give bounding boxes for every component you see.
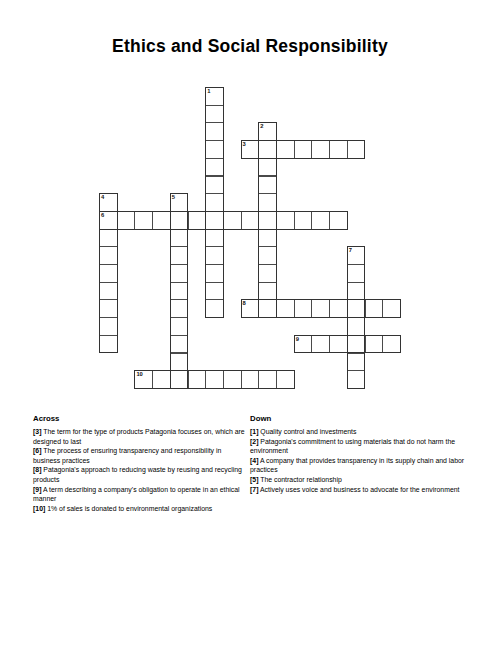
down-header: Down	[250, 414, 465, 423]
clue-number: 7	[349, 248, 352, 254]
crossword-cell	[347, 335, 366, 354]
crossword-cell	[329, 335, 348, 354]
crossword-cell	[205, 246, 224, 265]
crossword-cell	[329, 211, 348, 230]
crossword-cell	[311, 335, 330, 354]
clue-down: [2] Patagonia's commitment to using mate…	[250, 437, 465, 456]
crossword-cell	[205, 122, 224, 141]
crossword-cell	[170, 353, 189, 372]
crossword-cell	[170, 211, 189, 230]
crossword-cell	[276, 299, 295, 318]
crossword-cell	[258, 193, 277, 212]
crossword-cell	[170, 317, 189, 336]
clue-number: 8	[243, 301, 246, 307]
crossword-cell	[99, 246, 118, 265]
clue-across: [9] A term describing a company's obliga…	[33, 485, 245, 504]
crossword-cell	[294, 211, 313, 230]
clue-down: [1] Quality control and investments	[250, 427, 465, 437]
clue-number: 6	[101, 213, 104, 219]
crossword-cell	[365, 299, 384, 318]
clue-across: [3] The term for the type of products Pa…	[33, 427, 245, 446]
crossword-cell	[329, 299, 348, 318]
crossword-cell	[347, 370, 366, 389]
crossword-cell	[134, 211, 153, 230]
clue-number: 9	[296, 337, 299, 343]
crossword-cell	[170, 299, 189, 318]
crossword-cell	[258, 140, 277, 159]
crossword-cell	[347, 317, 366, 336]
crossword-cell	[294, 140, 313, 159]
crossword-cell	[170, 246, 189, 265]
crossword-cell	[99, 317, 118, 336]
clue-number-label: [9]	[33, 486, 41, 493]
crossword-cell	[329, 140, 348, 159]
crossword-cell	[152, 370, 171, 389]
crossword-board: 12345678910	[99, 87, 401, 389]
crossword-cell	[241, 211, 260, 230]
clue-number: 3	[243, 142, 246, 148]
crossword-cell	[258, 176, 277, 195]
crossword-cell	[311, 299, 330, 318]
crossword-cell	[347, 299, 366, 318]
clue-number-label: [10]	[33, 505, 45, 512]
crossword-cell	[99, 335, 118, 354]
across-header: Across	[33, 414, 245, 423]
clue-number: 5	[172, 195, 175, 201]
clue-number-label: [6]	[33, 447, 41, 454]
crossword-page: Ethics and Social Responsibility 1234567…	[0, 0, 500, 647]
crossword-cell	[170, 335, 189, 354]
crossword-cell	[205, 158, 224, 177]
down-clue-list: [1] Quality control and investments[2] P…	[250, 427, 465, 494]
clue-across: [8] Patagonia's approach to reducing was…	[33, 465, 245, 484]
crossword-cell	[205, 176, 224, 195]
clue-down: [4] A company that provides transparency…	[250, 456, 465, 475]
crossword-cell	[258, 158, 277, 177]
crossword-cell	[205, 370, 224, 389]
crossword-cell	[99, 282, 118, 301]
crossword-cell	[258, 282, 277, 301]
crossword-cell	[205, 140, 224, 159]
crossword-cell	[241, 370, 260, 389]
crossword-cell	[205, 211, 224, 230]
crossword-cell	[205, 193, 224, 212]
crossword-cell	[99, 229, 118, 248]
clue-number-label: [3]	[33, 428, 41, 435]
clue-number-label: [2]	[250, 438, 258, 445]
puzzle-title: Ethics and Social Responsibility	[0, 36, 500, 57]
clue-number-label: [8]	[33, 466, 41, 473]
crossword-cell	[382, 335, 401, 354]
crossword-cell	[170, 229, 189, 248]
crossword-cell	[170, 264, 189, 283]
crossword-cell	[347, 264, 366, 283]
crossword-cell	[276, 370, 295, 389]
crossword-cell	[294, 299, 313, 318]
clue-number: 4	[101, 195, 104, 201]
crossword-cell	[170, 370, 189, 389]
crossword-cell	[99, 299, 118, 318]
crossword-cell	[276, 140, 295, 159]
crossword-cell	[258, 264, 277, 283]
crossword-cell	[205, 264, 224, 283]
clue-number: 2	[260, 124, 263, 130]
crossword-cell	[188, 211, 207, 230]
across-clue-list: [3] The term for the type of products Pa…	[33, 427, 245, 513]
crossword-cell	[205, 299, 224, 318]
crossword-cell	[205, 282, 224, 301]
crossword-cell	[258, 246, 277, 265]
clue-across: [6] The process of ensuring transparency…	[33, 446, 245, 465]
crossword-cell	[311, 140, 330, 159]
crossword-cell	[258, 229, 277, 248]
crossword-cell	[347, 353, 366, 372]
crossword-cell	[188, 370, 207, 389]
crossword-cell	[117, 211, 136, 230]
crossword-cell	[99, 264, 118, 283]
clue-across: [10] 1% of sales is donated to environme…	[33, 504, 245, 514]
crossword-cell	[258, 299, 277, 318]
clue-down: [7] Actively uses voice and business to …	[250, 485, 465, 495]
down-clues-section: Down [1] Quality control and investments…	[250, 414, 465, 494]
clue-number-label: [4]	[250, 457, 258, 464]
across-clues-section: Across [3] The term for the type of prod…	[33, 414, 245, 513]
crossword-cell	[205, 229, 224, 248]
clue-number-label: [1]	[250, 428, 258, 435]
clue-number: 1	[207, 89, 210, 95]
clue-number-label: [7]	[250, 486, 258, 493]
clue-number: 10	[136, 372, 142, 378]
crossword-cell	[347, 140, 366, 159]
crossword-cell	[258, 370, 277, 389]
crossword-cell	[223, 370, 242, 389]
crossword-cell	[223, 211, 242, 230]
crossword-cell	[382, 299, 401, 318]
crossword-cell	[152, 211, 171, 230]
crossword-cell	[276, 211, 295, 230]
crossword-cell	[365, 335, 384, 354]
crossword-cell	[205, 105, 224, 124]
crossword-cell	[311, 211, 330, 230]
clue-down: [5] The contractor relationship	[250, 475, 465, 485]
clue-number-label: [5]	[250, 476, 258, 483]
crossword-cell	[170, 282, 189, 301]
crossword-cell	[347, 282, 366, 301]
crossword-cell	[258, 211, 277, 230]
